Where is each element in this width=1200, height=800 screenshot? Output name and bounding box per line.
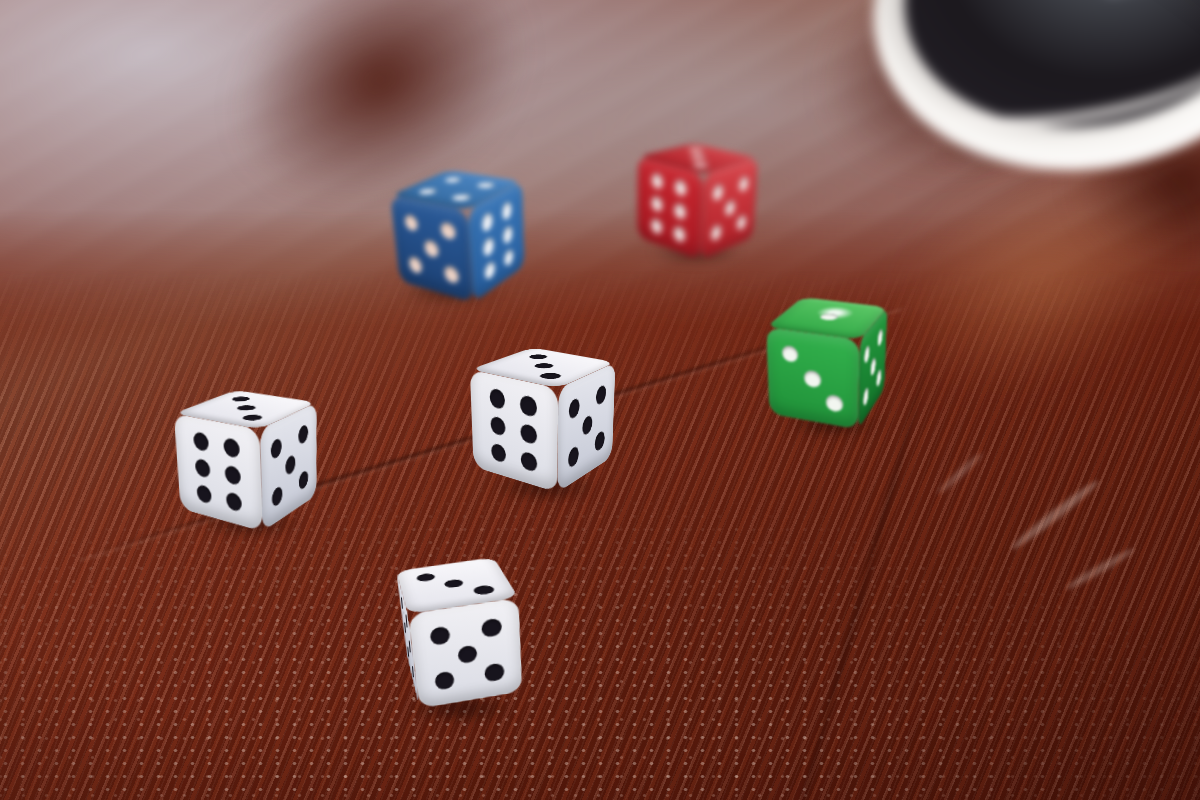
die-pip: [826, 394, 843, 412]
die-pip: [502, 200, 512, 221]
die-pip: [272, 485, 283, 509]
die-pip: [400, 593, 404, 617]
die-white-bottom-shadow: [387, 689, 533, 727]
die-pip: [737, 214, 747, 232]
die-pip: [285, 453, 295, 476]
die-pip: [688, 155, 710, 160]
die-pip: [651, 195, 662, 213]
die-white-left-face-front-6: [174, 414, 263, 532]
die-pip: [711, 223, 722, 242]
die-pip: [712, 183, 723, 202]
die-pip: [429, 625, 451, 646]
die-red: [654, 155, 741, 242]
die-red-face-right-5: [700, 158, 758, 260]
die-pip: [568, 445, 579, 469]
die-pip: [271, 437, 282, 461]
die-pip: [408, 634, 412, 659]
die-pip: [411, 658, 415, 683]
die-pip: [440, 221, 456, 241]
die-pip: [482, 617, 502, 638]
die-pip: [415, 573, 436, 583]
die-pip: [457, 645, 478, 665]
die-red-shadow: [636, 237, 756, 267]
die-pip: [233, 404, 259, 411]
die-pip: [491, 442, 506, 464]
die-pip: [725, 199, 735, 217]
die-pip: [651, 217, 662, 235]
die-pip: [739, 175, 749, 193]
saucer-inner-rim-highlight: [909, 0, 1200, 146]
die-pip: [424, 239, 439, 258]
die-pip: [196, 484, 211, 505]
die-pip: [521, 423, 537, 446]
die-blue-shadow: [386, 274, 518, 308]
plank-seam-foreground: [781, 329, 940, 800]
die-pip: [474, 182, 497, 189]
die-pip: [878, 327, 883, 348]
die-white-center-face-top-3: [470, 348, 616, 389]
die-white-center-face-front-6: [470, 369, 558, 492]
die-pip: [482, 211, 493, 233]
die-blue: [411, 183, 509, 281]
die-pip: [416, 188, 440, 195]
dark-cup-interior: [880, 0, 1200, 158]
die-green: [783, 314, 875, 406]
die-pip: [863, 385, 868, 408]
die-pip: [225, 465, 241, 487]
die-pip: [651, 172, 663, 190]
die-white-center-shadow: [474, 469, 618, 505]
blurred-wood-grain-and-window-sheen: [0, 0, 1200, 430]
varnish-sparkle-speckles: [0, 380, 1200, 800]
die-pip: [473, 585, 496, 596]
die-pip: [403, 617, 407, 641]
die-pip: [485, 259, 496, 281]
die-pip: [404, 213, 419, 232]
die-pip: [408, 255, 422, 274]
die-pip: [441, 177, 464, 184]
water-gloss-mark: [1063, 546, 1136, 593]
die-pip: [521, 450, 537, 472]
die-pip: [675, 179, 688, 198]
die-pip: [526, 353, 551, 360]
die-pip: [226, 491, 242, 512]
die-pip: [228, 396, 253, 402]
die-red-face-front-6: [637, 156, 703, 260]
dice-layer: [0, 0, 1200, 800]
die-pip: [864, 343, 870, 366]
die-pip: [537, 372, 564, 380]
dark-reflection-blob-right: [1030, 70, 1200, 300]
die-pip: [674, 202, 686, 221]
die-pip: [444, 265, 459, 285]
die-pip: [485, 663, 505, 682]
dark-reflection-blob-left: [124, 0, 636, 311]
die-white-center: [493, 364, 595, 466]
foreground-wood-grain: [0, 220, 1200, 800]
die-pip: [818, 313, 840, 321]
die-green-shadow: [769, 407, 897, 441]
die-pip: [804, 369, 821, 387]
die-pip: [490, 415, 505, 437]
die-green-face-top-1: [766, 297, 887, 340]
die-pip: [503, 224, 513, 245]
die-white-left-face-right-5: [260, 402, 317, 531]
die-pip: [489, 388, 505, 410]
dark-reflection-blob-center: [722, 0, 1200, 274]
die-pip: [239, 414, 266, 422]
die-pip: [569, 396, 580, 420]
die-pip: [531, 362, 557, 369]
wood-table-background: [0, 0, 1200, 800]
die-pip: [193, 431, 209, 452]
die-white-left-face-top-3: [174, 390, 317, 429]
die-pip: [434, 671, 455, 690]
die-pip: [689, 162, 712, 168]
die-pip: [223, 437, 240, 459]
die-pip: [782, 345, 799, 364]
die-pip: [595, 430, 605, 453]
die-white-left: [196, 404, 299, 507]
die-white-center-face-right-5: [557, 362, 615, 492]
vignette: [0, 0, 1200, 800]
plank-seam-middle: [78, 304, 902, 559]
water-gloss-mark: [1009, 477, 1102, 553]
die-green-face-right-5: [858, 307, 887, 429]
die-pip: [686, 148, 707, 153]
die-pip: [673, 224, 685, 243]
shadow-layer: [0, 0, 1200, 800]
die-pip: [404, 609, 408, 635]
die-white-left-shadow: [179, 505, 321, 541]
dice-photo: [0, 0, 1200, 800]
die-pip: [870, 356, 875, 378]
die-pip: [876, 367, 881, 388]
die-pip: [195, 458, 211, 479]
die-pip: [483, 235, 494, 257]
die-white-bottom-face-front-5: [408, 598, 523, 709]
die-red-face-top-3: [638, 143, 759, 174]
saucer-with-cup: [872, 0, 1200, 168]
die-white-bottom-face-top-3: [396, 557, 518, 614]
die-pip: [298, 423, 308, 446]
die-pip: [582, 414, 592, 437]
saucer-shadow: [877, 62, 1200, 199]
die-blue-face-right-6: [468, 181, 525, 303]
die-white-bottom-face-left-6: [396, 571, 419, 709]
water-gloss-mark: [935, 451, 984, 496]
die-blue-face-front-5: [390, 196, 473, 303]
die-green-face-front-3: [766, 327, 860, 429]
die-blue-face-top-4: [390, 170, 522, 211]
die-pip: [449, 194, 474, 202]
die-pip: [596, 383, 606, 406]
die-pip: [504, 247, 514, 268]
die-pip: [443, 579, 465, 589]
warm-light-patch: [791, 64, 1200, 495]
die-pip: [520, 395, 536, 418]
die-pip: [406, 641, 410, 665]
die-pip: [299, 469, 308, 492]
saucer-rim: [844, 0, 1200, 207]
die-white-bottom: [403, 575, 514, 686]
